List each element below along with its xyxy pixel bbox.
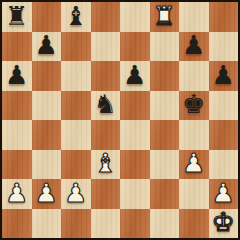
square-g5[interactable]: ♚	[179, 91, 209, 121]
square-h2[interactable]: ♟	[209, 179, 239, 209]
square-e4[interactable]	[120, 120, 150, 150]
square-c1[interactable]	[61, 209, 91, 239]
black-bishop[interactable]: ♝	[64, 3, 87, 29]
black-knight[interactable]: ♞	[94, 91, 117, 117]
white-rook[interactable]: ♜	[153, 3, 176, 29]
square-c8[interactable]: ♝	[61, 2, 91, 32]
square-e2[interactable]	[120, 179, 150, 209]
square-a5[interactable]	[2, 91, 32, 121]
square-b5[interactable]	[32, 91, 62, 121]
square-b6[interactable]	[32, 61, 62, 91]
square-a7[interactable]	[2, 32, 32, 62]
square-e8[interactable]	[120, 2, 150, 32]
chess-app-window: ♜♝♜♟♟♟♟♟♞♚♝♟♟♟♟♟♚	[0, 0, 240, 240]
black-pawn[interactable]: ♟	[35, 32, 58, 58]
square-c7[interactable]	[61, 32, 91, 62]
square-f8[interactable]: ♜	[150, 2, 180, 32]
white-bishop[interactable]: ♝	[94, 150, 117, 176]
square-h7[interactable]	[209, 32, 239, 62]
square-c2[interactable]: ♟	[61, 179, 91, 209]
square-c6[interactable]	[61, 61, 91, 91]
square-f7[interactable]	[150, 32, 180, 62]
square-f2[interactable]	[150, 179, 180, 209]
square-d7[interactable]	[91, 32, 121, 62]
white-king[interactable]: ♚	[212, 209, 235, 235]
square-h8[interactable]	[209, 2, 239, 32]
square-d3[interactable]: ♝	[91, 150, 121, 180]
square-e7[interactable]	[120, 32, 150, 62]
black-king[interactable]: ♚	[182, 91, 205, 117]
square-b1[interactable]	[32, 209, 62, 239]
square-a2[interactable]: ♟	[2, 179, 32, 209]
square-f6[interactable]	[150, 61, 180, 91]
square-c3[interactable]	[61, 150, 91, 180]
square-h4[interactable]	[209, 120, 239, 150]
square-c4[interactable]	[61, 120, 91, 150]
white-pawn[interactable]: ♟	[64, 180, 87, 206]
black-pawn[interactable]: ♟	[212, 62, 235, 88]
black-pawn[interactable]: ♟	[123, 62, 146, 88]
square-b3[interactable]	[32, 150, 62, 180]
square-f5[interactable]	[150, 91, 180, 121]
square-h1[interactable]: ♚	[209, 209, 239, 239]
square-d4[interactable]	[91, 120, 121, 150]
square-h3[interactable]	[209, 150, 239, 180]
square-g7[interactable]: ♟	[179, 32, 209, 62]
square-d6[interactable]	[91, 61, 121, 91]
square-e5[interactable]	[120, 91, 150, 121]
black-pawn[interactable]: ♟	[182, 32, 205, 58]
square-b4[interactable]	[32, 120, 62, 150]
square-b8[interactable]	[32, 2, 62, 32]
square-g3[interactable]: ♟	[179, 150, 209, 180]
chess-board: ♜♝♜♟♟♟♟♟♞♚♝♟♟♟♟♟♚	[0, 0, 240, 240]
square-a4[interactable]	[2, 120, 32, 150]
square-f4[interactable]	[150, 120, 180, 150]
square-g4[interactable]	[179, 120, 209, 150]
square-e6[interactable]: ♟	[120, 61, 150, 91]
square-h6[interactable]: ♟	[209, 61, 239, 91]
white-pawn[interactable]: ♟	[182, 150, 205, 176]
square-e1[interactable]	[120, 209, 150, 239]
square-d1[interactable]	[91, 209, 121, 239]
square-g8[interactable]	[179, 2, 209, 32]
square-c5[interactable]	[61, 91, 91, 121]
square-e3[interactable]	[120, 150, 150, 180]
square-a1[interactable]	[2, 209, 32, 239]
square-b7[interactable]: ♟	[32, 32, 62, 62]
square-b2[interactable]: ♟	[32, 179, 62, 209]
black-pawn[interactable]: ♟	[5, 62, 28, 88]
square-f3[interactable]	[150, 150, 180, 180]
square-f1[interactable]	[150, 209, 180, 239]
square-h5[interactable]	[209, 91, 239, 121]
square-g1[interactable]	[179, 209, 209, 239]
white-pawn[interactable]: ♟	[212, 180, 235, 206]
square-g2[interactable]	[179, 179, 209, 209]
square-a3[interactable]	[2, 150, 32, 180]
square-g6[interactable]	[179, 61, 209, 91]
square-d2[interactable]	[91, 179, 121, 209]
white-pawn[interactable]: ♟	[5, 180, 28, 206]
square-d5[interactable]: ♞	[91, 91, 121, 121]
black-rook[interactable]: ♜	[5, 3, 28, 29]
square-d8[interactable]	[91, 2, 121, 32]
white-pawn[interactable]: ♟	[35, 180, 58, 206]
square-a8[interactable]: ♜	[2, 2, 32, 32]
square-a6[interactable]: ♟	[2, 61, 32, 91]
